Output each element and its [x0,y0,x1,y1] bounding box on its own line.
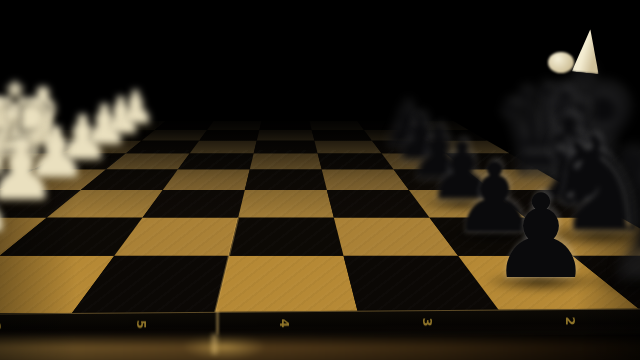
board-square-f5 [190,140,257,153]
rank-label-4: 4 [276,315,292,331]
rank-label-5: 5 [133,316,149,332]
board-square-e5 [178,153,254,169]
board-square-f4 [254,140,318,153]
board-square-f3 [314,140,381,153]
rank-label-2: 2 [562,313,578,329]
front-edge-seam-glow [212,334,217,354]
board-square-c4 [238,190,334,218]
chess-photo-scene: 6 5 4 3 2 ♛♚♝♟♟♟♟♟♟♟♟♟♟♟♟♟♜♞♝♛♚ [0,0,640,360]
board-square-e4 [250,153,322,169]
board-square-b4 [229,217,344,255]
board-square-e3 [318,153,394,169]
black-queen-ball-finial [548,52,574,73]
board-square-g4 [257,130,315,141]
board-fold-seam [216,310,219,336]
board-square-d4 [245,169,327,190]
chessboard [0,0,640,360]
board-square-h1 [405,121,468,130]
board-square-g5 [199,130,259,141]
board-square-h3 [310,121,365,130]
board-square-a4 [215,256,358,313]
rank-label-6: 6 [0,317,4,333]
board-square-g3 [312,130,372,141]
rank-label-3: 3 [419,314,435,330]
board-square-h4 [259,121,311,130]
board-front-edge-blur [0,334,640,360]
board-square-h5 [207,121,261,130]
board-square-d5 [163,169,250,190]
